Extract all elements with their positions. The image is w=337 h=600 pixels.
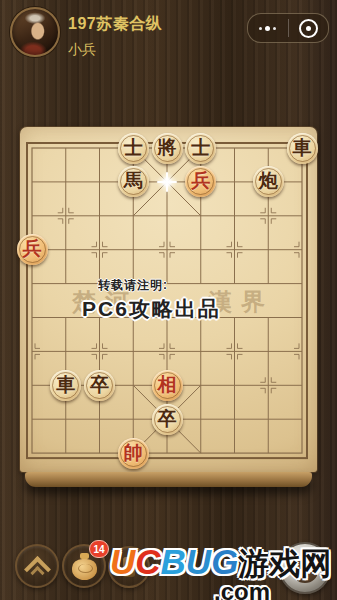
piece-label: 卒 <box>158 409 177 428</box>
piece-black-advisor[interactable]: 士 <box>185 133 216 164</box>
piece-label: 炮 <box>259 171 278 190</box>
header: 197苏秦合纵 小兵 <box>0 0 337 62</box>
close-minipro-button[interactable] <box>289 14 329 42</box>
xiangqi-board[interactable]: 楚河 漢界 士將士車馬兵炮兵車卒相卒帥 转载请注明: PC6攻略出品 <box>20 127 317 472</box>
chevron-up-icon <box>24 556 51 583</box>
piece-black-horse[interactable]: 馬 <box>118 166 149 197</box>
piece-black-general[interactable]: 將 <box>152 133 183 164</box>
target-circle-icon <box>299 19 318 38</box>
piece-red-elephant[interactable]: 相 <box>152 370 183 401</box>
settings-button[interactable] <box>279 542 331 594</box>
piece-black-chariot[interactable]: 車 <box>287 133 318 164</box>
bottom-bar: 14 UCBUG游戏网 .com <box>0 538 337 600</box>
collapse-button[interactable] <box>15 544 59 588</box>
player-avatar[interactable] <box>10 7 60 57</box>
piece-label: 士 <box>191 138 210 157</box>
three-dots-icon <box>259 26 276 31</box>
watermark-letter: U <box>186 542 211 581</box>
piece-red-general[interactable]: 帥 <box>118 438 149 469</box>
piece-label: 將 <box>158 138 177 157</box>
board-bevel <box>25 472 312 487</box>
money-bag-icon <box>72 559 97 580</box>
app-screen: 197苏秦合纵 小兵 楚河 漢界 士將士車馬兵炮兵車卒相卒帥 转载请注明: PC… <box>0 0 337 600</box>
piece-black-cannon[interactable]: 炮 <box>253 166 284 197</box>
piece-black-soldier[interactable]: 卒 <box>84 370 115 401</box>
piece-label: 帥 <box>124 443 143 462</box>
piece-label: 車 <box>56 375 75 394</box>
watermark-letter: B <box>161 542 186 581</box>
settings-icon <box>292 559 318 583</box>
more-options-button[interactable] <box>248 14 288 42</box>
wechat-capsule <box>247 13 329 43</box>
piece-label: 兵 <box>23 239 42 258</box>
watermark-site-suffix: .com <box>214 578 270 600</box>
piece-label: 兵 <box>191 171 210 190</box>
shop-button[interactable] <box>108 546 150 588</box>
piece-label: 士 <box>124 138 143 157</box>
piece-label: 馬 <box>124 171 143 190</box>
level-title: 197苏秦合纵 <box>68 14 162 35</box>
piece-label: 相 <box>158 375 177 394</box>
player-rank: 小兵 <box>68 41 162 59</box>
shop-icon <box>123 557 135 577</box>
piece-label: 卒 <box>90 375 109 394</box>
watermark-letter: G <box>211 542 238 581</box>
piece-black-advisor[interactable]: 士 <box>118 133 149 164</box>
piece-black-chariot[interactable]: 車 <box>50 370 81 401</box>
title-block: 197苏秦合纵 小兵 <box>68 14 162 59</box>
piece-label: 車 <box>293 138 312 157</box>
piece-red-soldier[interactable]: 兵 <box>17 234 48 265</box>
piece-black-soldier[interactable]: 卒 <box>152 404 183 435</box>
coin-badge: 14 <box>89 540 109 558</box>
